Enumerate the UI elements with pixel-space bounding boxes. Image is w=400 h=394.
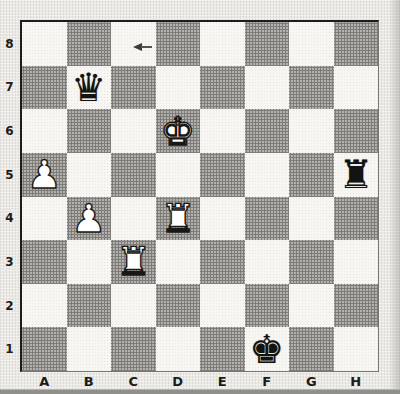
square-c3[interactable]: ♜ <box>111 240 156 284</box>
square-a8[interactable] <box>22 22 67 66</box>
square-h4[interactable] <box>334 197 379 241</box>
square-c7[interactable] <box>111 66 156 110</box>
square-f3[interactable] <box>245 240 290 284</box>
print-smudge-arrow-icon <box>133 43 152 51</box>
rank-label-7: 7 <box>0 66 19 110</box>
square-d5[interactable] <box>156 153 201 197</box>
square-g7[interactable] <box>289 66 334 110</box>
square-g5[interactable] <box>289 153 334 197</box>
rank-label-5: 5 <box>0 153 19 197</box>
square-e3[interactable] <box>200 240 245 284</box>
square-c1[interactable] <box>111 327 156 371</box>
rank-labels: 87654321 <box>0 22 19 371</box>
square-g8[interactable] <box>289 22 334 66</box>
square-d6[interactable]: ♚ <box>156 109 201 153</box>
square-e4[interactable] <box>200 197 245 241</box>
file-label-b: B <box>67 373 112 390</box>
chess-board: ♛♚♟♜♟♜♜♚ <box>20 20 379 372</box>
square-d4[interactable]: ♜ <box>156 197 201 241</box>
rank-label-8: 8 <box>0 22 19 66</box>
square-f2[interactable] <box>245 284 290 328</box>
square-c5[interactable] <box>111 153 156 197</box>
square-a7[interactable] <box>22 66 67 110</box>
rank-label-4: 4 <box>0 197 19 241</box>
square-g1[interactable] <box>289 327 334 371</box>
black-rook[interactable]: ♜ <box>334 153 379 197</box>
square-h3[interactable] <box>334 240 379 284</box>
square-f8[interactable] <box>245 22 290 66</box>
square-f6[interactable] <box>245 109 290 153</box>
square-d8[interactable] <box>156 22 201 66</box>
square-h2[interactable] <box>334 284 379 328</box>
square-h5[interactable]: ♜ <box>334 153 379 197</box>
white-king[interactable]: ♚ <box>156 109 201 153</box>
square-e7[interactable] <box>200 66 245 110</box>
file-label-c: C <box>111 373 156 390</box>
square-h7[interactable] <box>334 66 379 110</box>
square-e8[interactable] <box>200 22 245 66</box>
file-label-e: E <box>200 373 245 390</box>
square-f1[interactable]: ♚ <box>245 327 290 371</box>
file-label-d: D <box>156 373 201 390</box>
square-a6[interactable] <box>22 109 67 153</box>
square-b8[interactable] <box>67 22 112 66</box>
square-b5[interactable] <box>67 153 112 197</box>
square-d1[interactable] <box>156 327 201 371</box>
square-d7[interactable] <box>156 66 201 110</box>
rank-label-1: 1 <box>0 327 19 371</box>
square-b2[interactable] <box>67 284 112 328</box>
square-e6[interactable] <box>200 109 245 153</box>
square-g4[interactable] <box>289 197 334 241</box>
file-label-f: F <box>245 373 290 390</box>
white-pawn[interactable]: ♟ <box>67 197 112 241</box>
square-f4[interactable] <box>245 197 290 241</box>
square-f7[interactable] <box>245 66 290 110</box>
file-label-a: A <box>22 373 67 390</box>
square-h6[interactable] <box>334 109 379 153</box>
square-e1[interactable] <box>200 327 245 371</box>
square-a4[interactable] <box>22 197 67 241</box>
file-labels: ABCDEFGH <box>22 373 378 390</box>
scanned-chess-diagram: ♛♚♟♜♟♜♜♚ 87654321 ABCDEFGH <box>0 0 400 394</box>
rank-label-3: 3 <box>0 240 19 284</box>
square-h8[interactable] <box>334 22 379 66</box>
square-a1[interactable] <box>22 327 67 371</box>
square-b3[interactable] <box>67 240 112 284</box>
white-rook[interactable]: ♜ <box>156 197 201 241</box>
square-b1[interactable] <box>67 327 112 371</box>
square-c2[interactable] <box>111 284 156 328</box>
square-a2[interactable] <box>22 284 67 328</box>
square-a3[interactable] <box>22 240 67 284</box>
square-b4[interactable]: ♟ <box>67 197 112 241</box>
file-label-g: G <box>289 373 334 390</box>
rank-label-2: 2 <box>0 284 19 328</box>
white-rook[interactable]: ♜ <box>111 240 156 284</box>
file-label-h: H <box>334 373 379 390</box>
square-c4[interactable] <box>111 197 156 241</box>
black-king[interactable]: ♚ <box>245 327 290 371</box>
square-b7[interactable]: ♛ <box>67 66 112 110</box>
rank-label-6: 6 <box>0 109 19 153</box>
square-f5[interactable] <box>245 153 290 197</box>
square-h1[interactable] <box>334 327 379 371</box>
square-d3[interactable] <box>156 240 201 284</box>
black-queen[interactable]: ♛ <box>67 66 112 110</box>
square-a5[interactable]: ♟ <box>22 153 67 197</box>
square-g6[interactable] <box>289 109 334 153</box>
square-e2[interactable] <box>200 284 245 328</box>
square-e5[interactable] <box>200 153 245 197</box>
scan-bottom-strip <box>0 389 400 394</box>
scan-edge-shading <box>389 0 400 394</box>
square-g2[interactable] <box>289 284 334 328</box>
square-g3[interactable] <box>289 240 334 284</box>
square-c6[interactable] <box>111 109 156 153</box>
white-pawn[interactable]: ♟ <box>22 153 67 197</box>
square-b6[interactable] <box>67 109 112 153</box>
square-d2[interactable] <box>156 284 201 328</box>
